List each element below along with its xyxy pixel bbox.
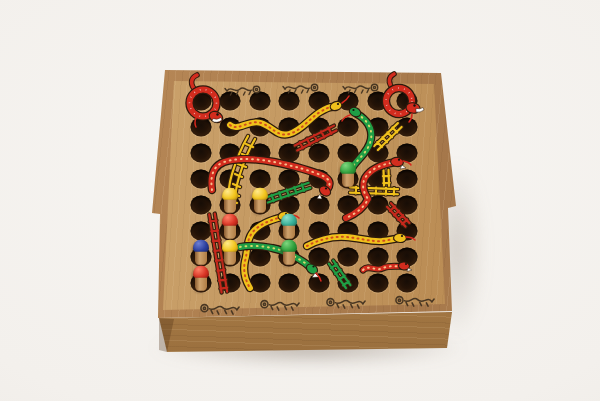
cell-r1c1 [186,88,216,114]
cell-r7c6 [334,244,364,270]
peg-yellow[interactable] [222,240,238,266]
cell-r6c5 [304,218,334,244]
peg-blue[interactable] [193,240,209,266]
cell-r1c8 [393,88,423,114]
cell-r8c6 [334,270,364,296]
cell-r4c8 [393,166,423,192]
cell-r3c1 [186,140,216,166]
cell-r1c7 [363,88,393,114]
cell-r8c7 [363,270,393,296]
cell-r2c8 [393,114,423,140]
cell-r8c2 [216,270,246,296]
cell-r1c5 [304,88,334,114]
cell-r6c8 [393,218,423,244]
peg-shaft [342,174,354,187]
peg-shaft [224,226,236,239]
cell-r2c2 [216,114,246,140]
cell-r4c7 [363,166,393,192]
cell-r6c7 [363,218,393,244]
peg-shaft [224,200,236,213]
peg-yellow[interactable] [252,188,268,214]
cell-r6c3 [245,218,275,244]
cell-r5c3 [245,192,275,218]
cell-r2c5 [304,114,334,140]
peg-shaft [195,252,207,265]
cell-r2c4 [275,114,305,140]
cell-r4c6 [334,166,364,192]
cell-r2c3 [245,114,275,140]
cell-r3c2 [216,140,246,166]
cell-r1c3 [245,88,275,114]
peg-shaft [195,278,207,291]
cell-r2c7 [363,114,393,140]
cell-r3c7 [363,140,393,166]
cell-r4c1 [186,166,216,192]
peg-yellow[interactable] [222,188,238,214]
cell-r1c4 [275,88,305,114]
cell-r4c5 [304,166,334,192]
peg-shaft [254,200,266,213]
cell-r3c5 [304,140,334,166]
cell-r1c6 [334,88,364,114]
cell-r3c3 [245,140,275,166]
cell-r8c5 [304,270,334,296]
cell-r7c5 [304,244,334,270]
cell-r8c8 [393,270,423,296]
cell-r3c4 [275,140,305,166]
cell-r6c6 [334,218,364,244]
cell-r4c4 [275,166,305,192]
cell-r3c8 [393,140,423,166]
peg-red[interactable] [222,214,238,240]
peg-shaft [224,252,236,265]
cell-r2c6 [334,114,364,140]
cell-r5c1 [186,192,216,218]
peg-green[interactable] [340,162,356,188]
photo-wooden-snakes-ladders-box [0,0,600,401]
cell-r5c6 [334,192,364,218]
pegs-layer [186,88,422,296]
cell-r2c1 [186,114,216,140]
cell-r5c5 [304,192,334,218]
cell-r7c8 [393,244,423,270]
cell-r8c1 [186,270,216,296]
cell-r7c7 [363,244,393,270]
cell-r7c3 [245,244,275,270]
peg-teal[interactable] [281,214,297,240]
cell-r5c7 [363,192,393,218]
cell-r8c3 [245,270,275,296]
cell-r7c2 [216,244,246,270]
peg-shaft [283,226,295,239]
cell-r1c2 [216,88,246,114]
peg-green[interactable] [281,240,297,266]
peg-red[interactable] [193,266,209,292]
cell-r8c4 [275,270,305,296]
cell-r7c4 [275,244,305,270]
cell-r5c8 [393,192,423,218]
peg-shaft [283,252,295,265]
